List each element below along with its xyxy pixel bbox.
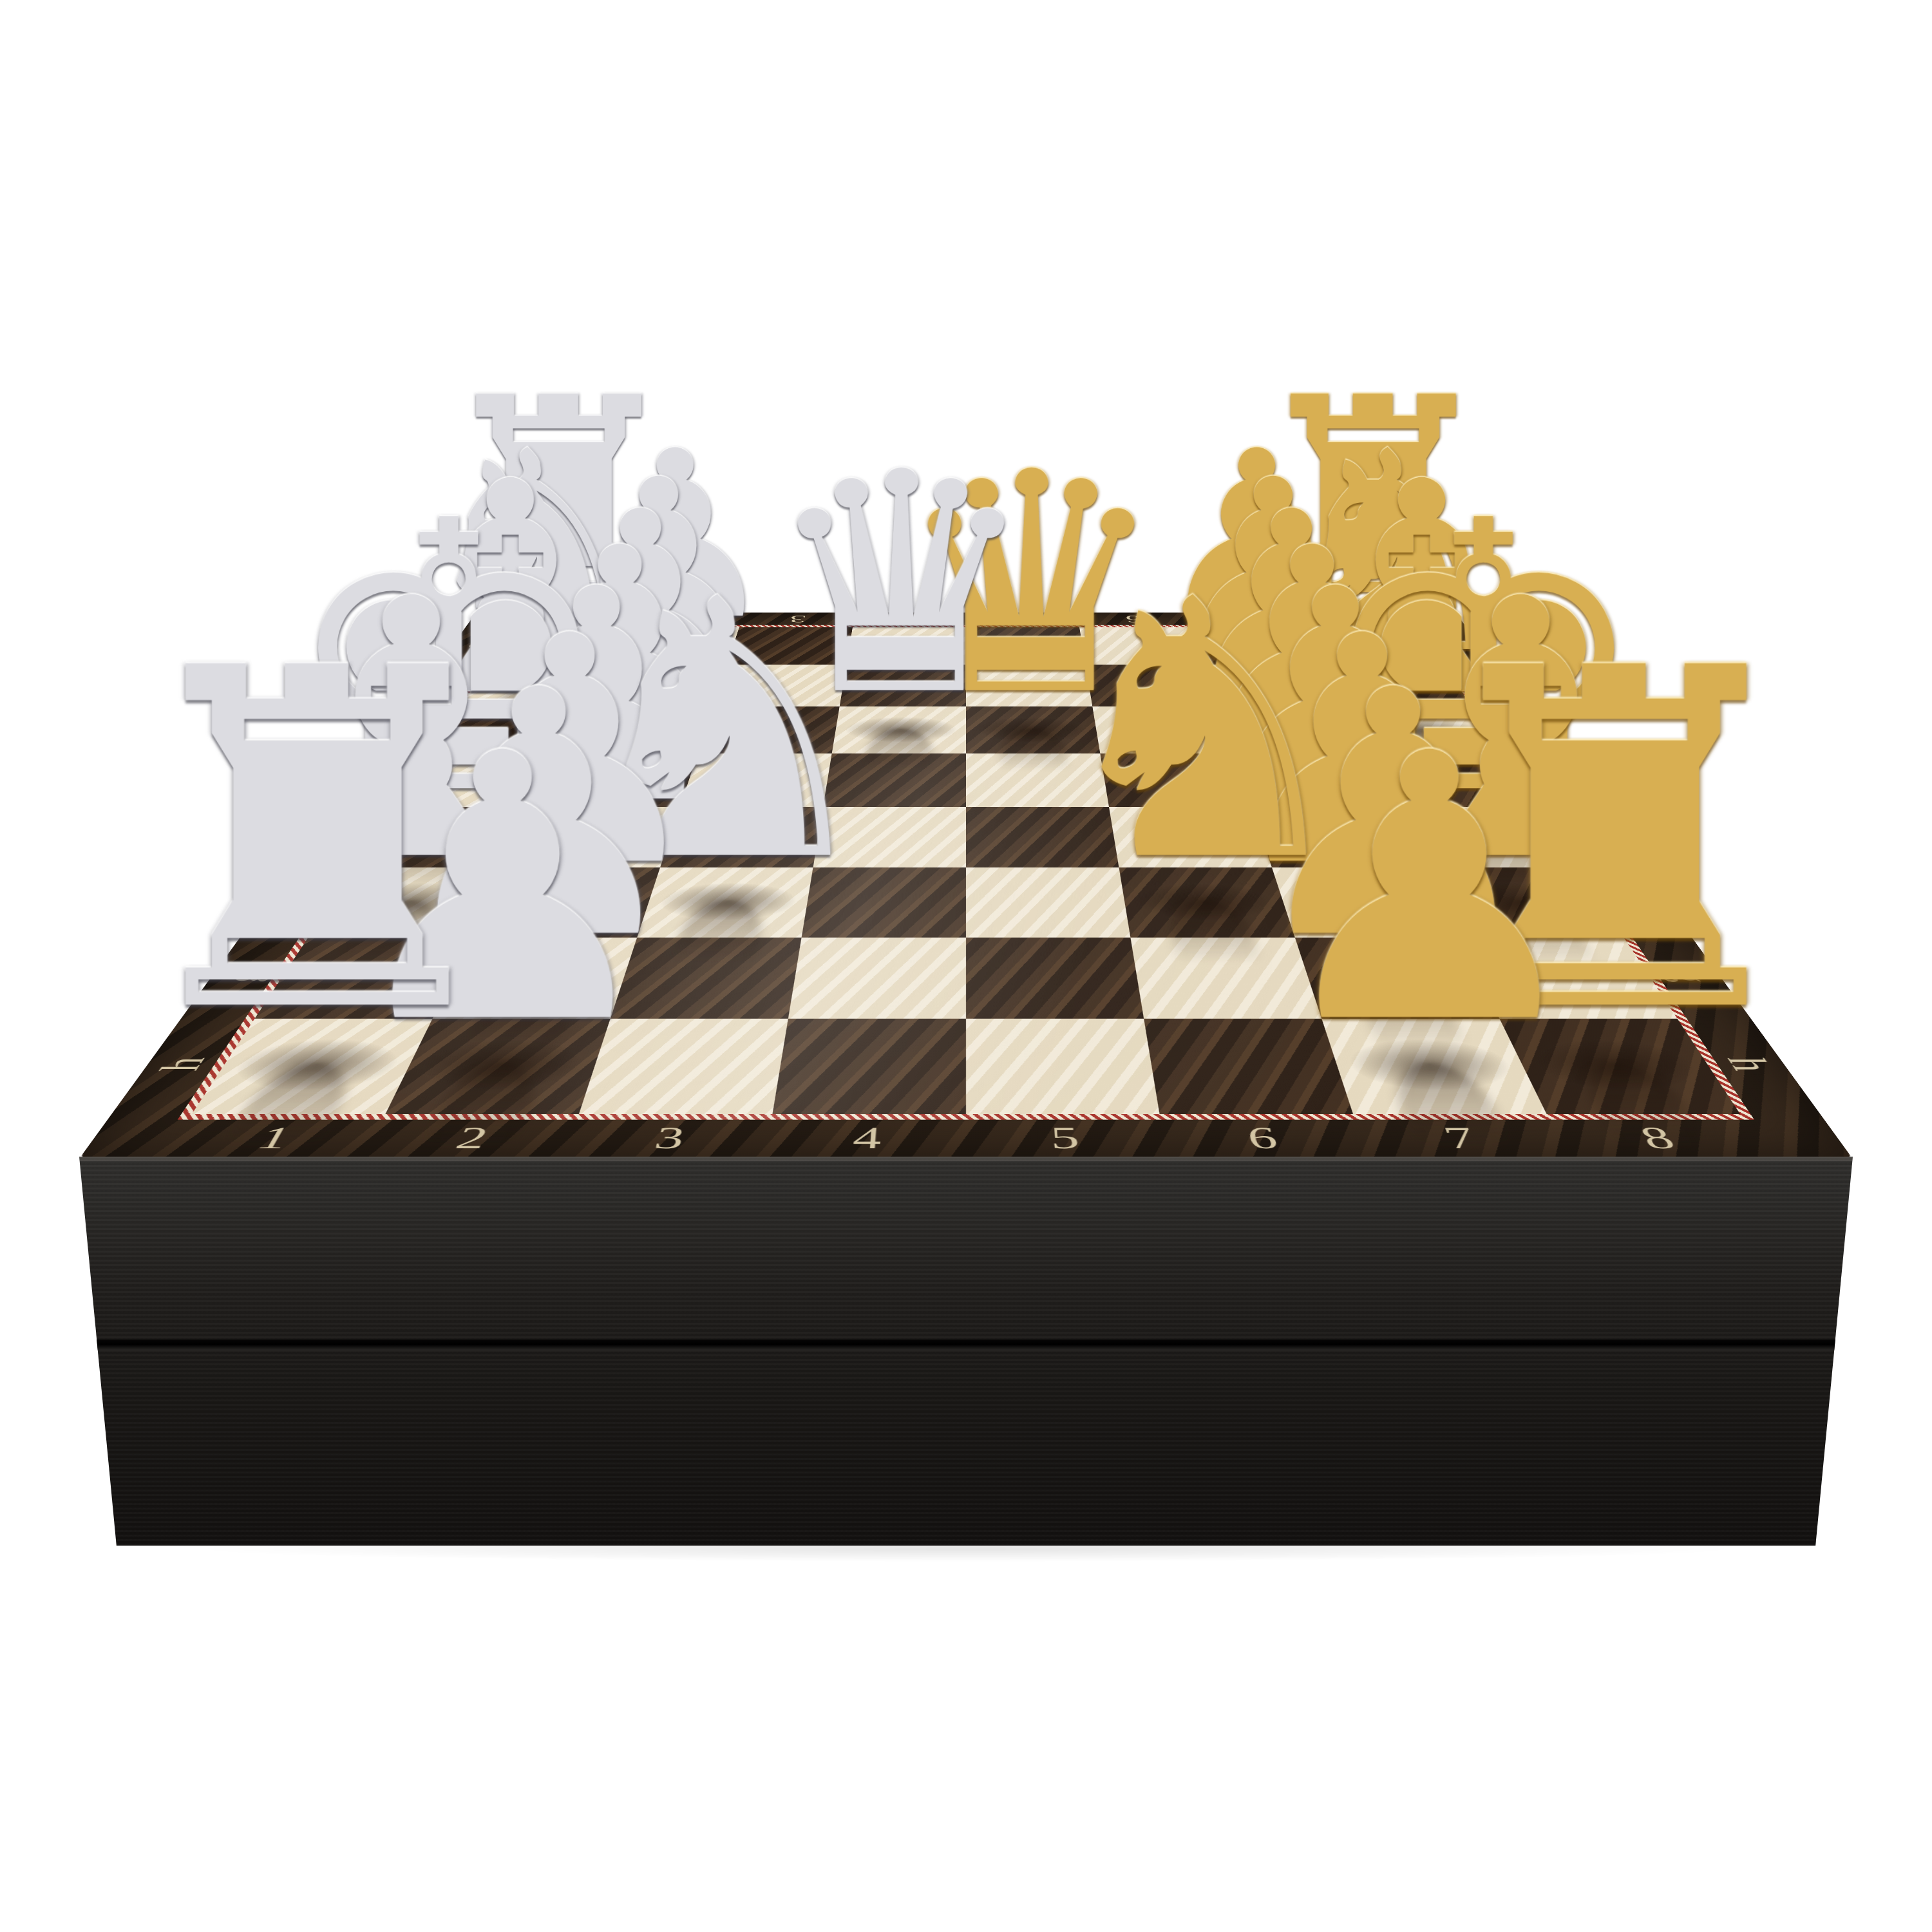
ground-shadow <box>193 1536 1739 1562</box>
coord-back-5: 5 <box>1014 614 1030 625</box>
coord-back-4: 4 <box>902 614 918 625</box>
silver-piece-glyph: ♜ <box>108 620 527 1065</box>
scene: ♜♞♝♚♝♜♟♟♟♟♟♟♟♟♞♛♛♞♟♟♟♟♟♟♟♟♜♞♝♚♝♜ 1122334… <box>0 0 1932 1932</box>
box-lid-seam <box>79 1340 1853 1350</box>
chess-board: ♜♞♝♚♝♜♟♟♟♟♟♟♟♟♞♛♛♞♟♟♟♟♟♟♟♟♜♞♝♚♝♜ 1122334… <box>79 612 1853 1159</box>
product-photo-chess-set: ♜♞♝♚♝♜♟♟♟♟♟♟♟♟♞♛♛♞♟♟♟♟♟♟♟♟♜♞♝♚♝♜ 1122334… <box>0 0 1932 1932</box>
gold-piece-glyph: ♟ <box>1265 715 1594 1065</box>
box-top-edge-highlight <box>79 1157 1853 1161</box>
storage-box-front <box>79 1157 1853 1546</box>
